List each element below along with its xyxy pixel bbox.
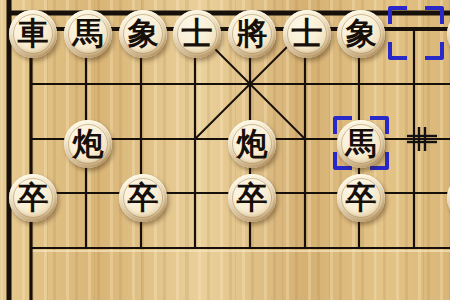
- piece-glyph: 馬: [346, 128, 377, 159]
- black-elephant[interactable]: 象: [337, 10, 385, 58]
- black-general[interactable]: 將: [228, 10, 276, 58]
- black-soldier[interactable]: 卒: [9, 174, 57, 222]
- piece-glyph: 象: [128, 18, 159, 49]
- piece-glyph: 將: [237, 18, 268, 49]
- xiangqi-board[interactable]: 車馬象士將士象車炮炮馬卒卒卒卒卒: [0, 0, 450, 300]
- piece-glyph: 車: [18, 18, 49, 49]
- crosshair-cursor: [405, 124, 439, 154]
- black-elephant[interactable]: 象: [119, 10, 167, 58]
- piece-glyph: 士: [182, 18, 213, 49]
- black-soldier[interactable]: 卒: [119, 174, 167, 222]
- black-advisor[interactable]: 士: [283, 10, 331, 58]
- black-cannon[interactable]: 炮: [228, 120, 276, 168]
- piece-glyph: 士: [292, 18, 323, 49]
- piece-glyph: 卒: [346, 182, 377, 213]
- bracket-corner-tr: [425, 6, 444, 24]
- bracket-corner-tl: [388, 6, 407, 24]
- piece-glyph: 炮: [73, 128, 104, 159]
- black-soldier[interactable]: 卒: [228, 174, 276, 222]
- piece-glyph: 卒: [128, 182, 159, 213]
- black-horse[interactable]: 馬: [337, 120, 385, 168]
- piece-glyph: 馬: [73, 18, 104, 49]
- last-move-from-bracket: [388, 6, 444, 60]
- piece-glyph: 炮: [237, 128, 268, 159]
- piece-glyph: 象: [346, 18, 377, 49]
- bracket-corner-br: [425, 42, 444, 60]
- black-chariot[interactable]: 車: [9, 10, 57, 58]
- piece-glyph: 卒: [18, 182, 49, 213]
- black-soldier[interactable]: 卒: [337, 174, 385, 222]
- black-cannon[interactable]: 炮: [64, 120, 112, 168]
- piece-glyph: 卒: [237, 182, 268, 213]
- bracket-corner-bl: [388, 42, 407, 60]
- black-advisor[interactable]: 士: [173, 10, 221, 58]
- black-horse[interactable]: 馬: [64, 10, 112, 58]
